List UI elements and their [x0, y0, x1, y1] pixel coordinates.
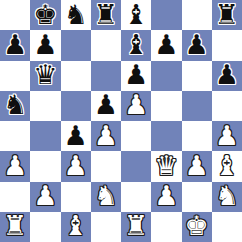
square-c3[interactable]: ♟: [61, 151, 91, 181]
square-d3[interactable]: [91, 151, 121, 181]
piece-black-bishop[interactable]: ♝: [124, 31, 148, 58]
square-d2[interactable]: ♞: [91, 182, 121, 212]
square-e2[interactable]: [121, 182, 151, 212]
piece-white-pawn[interactable]: ♟: [3, 152, 27, 179]
piece-black-bishop[interactable]: ♝: [124, 1, 148, 28]
square-b1[interactable]: [30, 212, 60, 242]
piece-white-bishop[interactable]: ♝: [215, 152, 239, 179]
square-e5[interactable]: ♟: [121, 91, 151, 121]
square-g8[interactable]: [182, 0, 212, 30]
square-f8[interactable]: [151, 0, 181, 30]
square-h4[interactable]: ♟: [212, 121, 242, 151]
square-e3[interactable]: [121, 151, 151, 181]
square-h8[interactable]: ♜: [212, 0, 242, 30]
square-d4[interactable]: ♟: [91, 121, 121, 151]
piece-black-rook[interactable]: ♜: [215, 1, 239, 28]
square-c1[interactable]: ♝: [61, 212, 91, 242]
square-f5[interactable]: [151, 91, 181, 121]
piece-black-pawn[interactable]: ♟: [3, 31, 27, 58]
square-c2[interactable]: [61, 182, 91, 212]
square-h6[interactable]: ♟: [212, 61, 242, 91]
piece-white-knight[interactable]: ♞: [94, 182, 118, 209]
square-a4[interactable]: [0, 121, 30, 151]
square-c6[interactable]: [61, 61, 91, 91]
square-d1[interactable]: [91, 212, 121, 242]
square-d6[interactable]: [91, 61, 121, 91]
piece-white-bishop[interactable]: ♝: [64, 212, 88, 239]
piece-black-rook[interactable]: ♜: [94, 1, 118, 28]
square-f7[interactable]: ♟: [151, 30, 181, 60]
piece-black-knight[interactable]: ♞: [64, 1, 88, 28]
square-a5[interactable]: ♞: [0, 91, 30, 121]
piece-black-pawn[interactable]: ♟: [94, 91, 118, 118]
square-b3[interactable]: [30, 151, 60, 181]
square-f6[interactable]: [151, 61, 181, 91]
piece-black-pawn[interactable]: ♟: [215, 61, 239, 88]
square-b6[interactable]: ♛: [30, 61, 60, 91]
square-h2[interactable]: ♞: [212, 182, 242, 212]
piece-white-rook[interactable]: ♜: [124, 212, 148, 239]
piece-white-rook[interactable]: ♜: [3, 212, 27, 239]
piece-black-pawn[interactable]: ♟: [33, 31, 57, 58]
square-a8[interactable]: [0, 0, 30, 30]
square-a7[interactable]: ♟: [0, 30, 30, 60]
piece-black-king[interactable]: ♚: [33, 1, 57, 28]
square-c4[interactable]: ♟: [61, 121, 91, 151]
piece-white-pawn[interactable]: ♟: [64, 152, 88, 179]
square-e7[interactable]: ♝: [121, 30, 151, 60]
square-e8[interactable]: ♝: [121, 0, 151, 30]
piece-black-pawn[interactable]: ♟: [185, 31, 209, 58]
piece-white-pawn[interactable]: ♟: [33, 182, 57, 209]
square-g7[interactable]: ♟: [182, 30, 212, 60]
square-g5[interactable]: [182, 91, 212, 121]
piece-white-pawn[interactable]: ♟: [154, 182, 178, 209]
square-h5[interactable]: [212, 91, 242, 121]
square-h3[interactable]: ♝: [212, 151, 242, 181]
piece-black-knight[interactable]: ♞: [3, 91, 27, 118]
square-a1[interactable]: ♜: [0, 212, 30, 242]
square-e4[interactable]: [121, 121, 151, 151]
piece-black-queen[interactable]: ♛: [33, 61, 57, 88]
chess-board: ♚♞♜♝♜♟♟♝♟♟♛♟♟♞♟♟♟♟♟♟♟♛♟♝♟♞♟♞♜♝♜♚: [0, 0, 242, 242]
square-c5[interactable]: [61, 91, 91, 121]
square-c7[interactable]: [61, 30, 91, 60]
piece-white-pawn[interactable]: ♟: [94, 122, 118, 149]
square-b5[interactable]: [30, 91, 60, 121]
square-g3[interactable]: ♟: [182, 151, 212, 181]
square-g6[interactable]: [182, 61, 212, 91]
square-g2[interactable]: [182, 182, 212, 212]
square-a3[interactable]: ♟: [0, 151, 30, 181]
square-b8[interactable]: ♚: [30, 0, 60, 30]
piece-black-pawn[interactable]: ♟: [64, 122, 88, 149]
square-c8[interactable]: ♞: [61, 0, 91, 30]
square-a6[interactable]: [0, 61, 30, 91]
piece-black-pawn[interactable]: ♟: [124, 61, 148, 88]
square-b7[interactable]: ♟: [30, 30, 60, 60]
square-e6[interactable]: ♟: [121, 61, 151, 91]
square-f2[interactable]: ♟: [151, 182, 181, 212]
square-d8[interactable]: ♜: [91, 0, 121, 30]
piece-white-king[interactable]: ♚: [185, 212, 209, 239]
square-h1[interactable]: [212, 212, 242, 242]
square-e1[interactable]: ♜: [121, 212, 151, 242]
piece-white-knight[interactable]: ♞: [215, 182, 239, 209]
piece-white-pawn[interactable]: ♟: [124, 91, 148, 118]
square-b4[interactable]: [30, 121, 60, 151]
square-d7[interactable]: [91, 30, 121, 60]
square-d5[interactable]: ♟: [91, 91, 121, 121]
piece-white-pawn[interactable]: ♟: [215, 122, 239, 149]
square-f3[interactable]: ♛: [151, 151, 181, 181]
square-h7[interactable]: [212, 30, 242, 60]
square-f4[interactable]: [151, 121, 181, 151]
square-a2[interactable]: [0, 182, 30, 212]
piece-white-pawn[interactable]: ♟: [185, 152, 209, 179]
square-g4[interactable]: [182, 121, 212, 151]
square-g1[interactable]: ♚: [182, 212, 212, 242]
piece-black-pawn[interactable]: ♟: [154, 31, 178, 58]
square-f1[interactable]: [151, 212, 181, 242]
piece-white-queen[interactable]: ♛: [154, 152, 178, 179]
square-b2[interactable]: ♟: [30, 182, 60, 212]
